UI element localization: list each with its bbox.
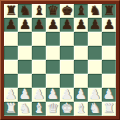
square-a3[interactable] [4,74,18,88]
square-c8[interactable]: ♝ [32,4,46,18]
piece-black-pawn-b7[interactable]: ♟ [19,18,31,32]
piece-black-pawn-c7[interactable]: ♟ [33,18,45,32]
square-g5[interactable] [88,46,102,60]
square-a7[interactable]: ♟ [4,18,18,32]
piece-white-pawn-d2[interactable]: ♟ [47,88,59,102]
piece-white-bishop-c1[interactable]: ♝ [33,102,45,116]
piece-black-queen-d8[interactable]: ♛ [47,4,59,18]
piece-black-knight-g8[interactable]: ♞ [89,4,101,18]
piece-white-king-e1[interactable]: ♚ [61,102,73,116]
square-a1[interactable]: ♜ [4,102,18,116]
piece-black-pawn-e7[interactable]: ♟ [61,18,73,32]
square-a5[interactable] [4,46,18,60]
square-a2[interactable]: ♟ [4,88,18,102]
piece-white-queen-d1[interactable]: ♛ [47,102,59,116]
square-d2[interactable]: ♟ [46,88,60,102]
chess-app-window: ♜♞♝♛♚♝♞♜♟♟♟♟♟♟♟♟♟♟♟♟♟♟♟♟♜♞♝♛♚♝♞♜ [0,0,120,120]
square-g8[interactable]: ♞ [88,4,102,18]
piece-black-rook-a8[interactable]: ♜ [5,4,17,18]
square-b1[interactable]: ♞ [18,102,32,116]
square-d8[interactable]: ♛ [46,4,60,18]
square-f3[interactable] [74,74,88,88]
square-e4[interactable] [60,60,74,74]
piece-white-pawn-b2[interactable]: ♟ [19,88,31,102]
square-h1[interactable]: ♜ [102,102,116,116]
piece-white-knight-b1[interactable]: ♞ [19,102,31,116]
square-b7[interactable]: ♟ [18,18,32,32]
square-h3[interactable] [102,74,116,88]
square-h6[interactable] [102,32,116,46]
piece-black-pawn-h7[interactable]: ♟ [103,18,115,32]
square-d3[interactable] [46,74,60,88]
square-f6[interactable] [74,32,88,46]
piece-white-pawn-c2[interactable]: ♟ [33,88,45,102]
square-c1[interactable]: ♝ [32,102,46,116]
piece-black-pawn-g7[interactable]: ♟ [89,18,101,32]
square-h8[interactable]: ♜ [102,4,116,18]
piece-white-pawn-h2[interactable]: ♟ [103,88,115,102]
square-f7[interactable]: ♟ [74,18,88,32]
piece-black-bishop-c8[interactable]: ♝ [33,4,45,18]
square-a8[interactable]: ♜ [4,4,18,18]
square-d7[interactable]: ♟ [46,18,60,32]
square-b6[interactable] [18,32,32,46]
piece-black-knight-b8[interactable]: ♞ [19,4,31,18]
piece-black-bishop-f8[interactable]: ♝ [75,4,87,18]
square-h5[interactable] [102,46,116,60]
square-f4[interactable] [74,60,88,74]
square-h7[interactable]: ♟ [102,18,116,32]
piece-white-pawn-g2[interactable]: ♟ [89,88,101,102]
piece-black-rook-h8[interactable]: ♜ [103,4,115,18]
square-d1[interactable]: ♛ [46,102,60,116]
square-e2[interactable]: ♟ [60,88,74,102]
square-d4[interactable] [46,60,60,74]
square-b2[interactable]: ♟ [18,88,32,102]
square-d6[interactable] [46,32,60,46]
square-e6[interactable] [60,32,74,46]
square-c6[interactable] [32,32,46,46]
square-f5[interactable] [74,46,88,60]
square-a4[interactable] [4,60,18,74]
square-c4[interactable] [32,60,46,74]
board-frame: ♜♞♝♛♚♝♞♜♟♟♟♟♟♟♟♟♟♟♟♟♟♟♟♟♜♞♝♛♚♝♞♜ [0,0,120,120]
square-a6[interactable] [4,32,18,46]
square-c7[interactable]: ♟ [32,18,46,32]
square-c5[interactable] [32,46,46,60]
square-e7[interactable]: ♟ [60,18,74,32]
chess-board: ♜♞♝♛♚♝♞♜♟♟♟♟♟♟♟♟♟♟♟♟♟♟♟♟♜♞♝♛♚♝♞♜ [4,4,116,116]
piece-black-pawn-a7[interactable]: ♟ [5,18,17,32]
piece-white-rook-a1[interactable]: ♜ [5,102,17,116]
square-g2[interactable]: ♟ [88,88,102,102]
square-h2[interactable]: ♟ [102,88,116,102]
square-b4[interactable] [18,60,32,74]
square-f1[interactable]: ♝ [74,102,88,116]
piece-black-pawn-d7[interactable]: ♟ [47,18,59,32]
piece-black-king-e8[interactable]: ♚ [61,4,73,18]
piece-white-knight-g1[interactable]: ♞ [89,102,101,116]
piece-white-pawn-f2[interactable]: ♟ [75,88,87,102]
square-e1[interactable]: ♚ [60,102,74,116]
square-b8[interactable]: ♞ [18,4,32,18]
square-g6[interactable] [88,32,102,46]
square-f8[interactable]: ♝ [74,4,88,18]
square-h4[interactable] [102,60,116,74]
piece-white-bishop-f1[interactable]: ♝ [75,102,87,116]
square-d5[interactable] [46,46,60,60]
square-c2[interactable]: ♟ [32,88,46,102]
piece-white-rook-h1[interactable]: ♜ [103,102,115,116]
piece-white-pawn-a2[interactable]: ♟ [5,88,17,102]
square-b3[interactable] [18,74,32,88]
square-e5[interactable] [60,46,74,60]
square-g7[interactable]: ♟ [88,18,102,32]
square-e8[interactable]: ♚ [60,4,74,18]
square-f2[interactable]: ♟ [74,88,88,102]
square-g4[interactable] [88,60,102,74]
square-g1[interactable]: ♞ [88,102,102,116]
piece-white-pawn-e2[interactable]: ♟ [61,88,73,102]
square-g3[interactable] [88,74,102,88]
square-c3[interactable] [32,74,46,88]
square-b5[interactable] [18,46,32,60]
piece-black-pawn-f7[interactable]: ♟ [75,18,87,32]
square-e3[interactable] [60,74,74,88]
